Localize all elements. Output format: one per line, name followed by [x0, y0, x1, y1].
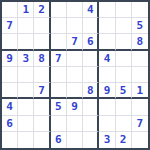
given-digit: 7	[71, 36, 78, 47]
cell-r3c9[interactable]: 8	[132, 34, 148, 50]
given-digit: 4	[104, 53, 111, 64]
cell-r5c5[interactable]	[67, 67, 83, 83]
cell-r9c9[interactable]	[132, 132, 148, 148]
cell-r7c3[interactable]	[34, 99, 50, 115]
given-digit: 9	[71, 101, 78, 112]
cell-r4c9[interactable]	[132, 51, 148, 67]
cell-r3c6[interactable]: 6	[83, 34, 99, 50]
cell-r3c4[interactable]	[51, 34, 67, 50]
given-digit: 7	[137, 118, 144, 129]
cell-r2c1[interactable]: 7	[2, 18, 18, 34]
given-digit: 2	[38, 4, 45, 15]
cell-r8c5[interactable]	[67, 116, 83, 132]
given-digit: 4	[87, 4, 94, 15]
cell-r4c3[interactable]: 8	[34, 51, 50, 67]
cell-r6c8[interactable]: 5	[116, 83, 132, 99]
cell-r5c4[interactable]	[51, 67, 67, 83]
cell-r4c2[interactable]: 3	[18, 51, 34, 67]
cell-r7c9[interactable]	[132, 99, 148, 115]
cell-r5c6[interactable]	[83, 67, 99, 83]
cell-r9c6[interactable]	[83, 132, 99, 148]
given-digit: 5	[120, 85, 127, 96]
cell-r1c6[interactable]: 4	[83, 2, 99, 18]
cell-r1c1[interactable]	[2, 2, 18, 18]
cell-r8c2[interactable]	[18, 116, 34, 132]
cell-r8c4[interactable]	[51, 116, 67, 132]
cell-r7c1[interactable]: 4	[2, 99, 18, 115]
cell-r4c4[interactable]: 7	[51, 51, 67, 67]
given-digit: 4	[6, 101, 13, 112]
cell-r1c5[interactable]	[67, 2, 83, 18]
cell-r7c4[interactable]: 5	[51, 99, 67, 115]
cell-r7c6[interactable]	[83, 99, 99, 115]
cell-r2c3[interactable]	[34, 18, 50, 34]
given-digit: 3	[104, 134, 111, 145]
cell-r5c7[interactable]	[99, 67, 115, 83]
cell-r4c6[interactable]	[83, 51, 99, 67]
cell-r7c2[interactable]	[18, 99, 34, 115]
cell-r8c1[interactable]: 6	[2, 116, 18, 132]
given-digit: 5	[137, 20, 144, 31]
cell-r3c7[interactable]	[99, 34, 115, 50]
given-digit: 3	[23, 53, 30, 64]
cell-r1c9[interactable]	[132, 2, 148, 18]
cell-r9c5[interactable]	[67, 132, 83, 148]
cell-r2c6[interactable]	[83, 18, 99, 34]
cell-r1c2[interactable]: 1	[18, 2, 34, 18]
cell-r7c7[interactable]	[99, 99, 115, 115]
cell-r1c3[interactable]: 2	[34, 2, 50, 18]
cell-r8c3[interactable]	[34, 116, 50, 132]
cell-r6c4[interactable]	[51, 83, 67, 99]
cell-r1c4[interactable]	[51, 2, 67, 18]
given-digit: 7	[6, 20, 13, 31]
cell-r6c3[interactable]: 7	[34, 83, 50, 99]
given-digit: 8	[38, 53, 45, 64]
cell-r5c1[interactable]	[2, 67, 18, 83]
cell-r7c5[interactable]: 9	[67, 99, 83, 115]
given-digit: 1	[137, 85, 144, 96]
cell-r9c7[interactable]: 3	[99, 132, 115, 148]
cell-r6c6[interactable]: 8	[83, 83, 99, 99]
cell-r2c9[interactable]: 5	[132, 18, 148, 34]
cell-r1c8[interactable]	[116, 2, 132, 18]
cell-r3c3[interactable]	[34, 34, 50, 50]
cell-r4c1[interactable]: 9	[2, 51, 18, 67]
given-digit: 9	[6, 53, 13, 64]
given-digit: 8	[137, 36, 144, 47]
given-digit: 6	[55, 134, 62, 145]
given-digit: 6	[6, 118, 13, 129]
cell-r6c1[interactable]	[2, 83, 18, 99]
given-digit: 7	[38, 85, 45, 96]
given-digit: 7	[55, 53, 62, 64]
cell-r2c4[interactable]	[51, 18, 67, 34]
cell-r1c7[interactable]	[99, 2, 115, 18]
given-digit: 2	[120, 134, 127, 145]
cell-r8c9[interactable]: 7	[132, 116, 148, 132]
cell-r9c4[interactable]: 6	[51, 132, 67, 148]
cell-r9c1[interactable]	[2, 132, 18, 148]
given-digit: 9	[104, 85, 111, 96]
cell-r5c2[interactable]	[18, 67, 34, 83]
cell-r7c8[interactable]	[116, 99, 132, 115]
sudoku-board: 12475768938747895145967632	[0, 0, 150, 150]
cell-r9c8[interactable]: 2	[116, 132, 132, 148]
cell-r5c8[interactable]	[116, 67, 132, 83]
cell-r6c7[interactable]: 9	[99, 83, 115, 99]
cell-r9c3[interactable]	[34, 132, 50, 148]
cell-r3c5[interactable]: 7	[67, 34, 83, 50]
given-digit: 6	[87, 36, 94, 47]
given-digit: 8	[87, 85, 94, 96]
cell-r3c2[interactable]	[18, 34, 34, 50]
cell-r8c6[interactable]	[83, 116, 99, 132]
cell-r4c7[interactable]: 4	[99, 51, 115, 67]
cell-r6c2[interactable]	[18, 83, 34, 99]
cell-r3c1[interactable]	[2, 34, 18, 50]
cell-r4c5[interactable]	[67, 51, 83, 67]
cell-r2c7[interactable]	[99, 18, 115, 34]
cell-r2c2[interactable]	[18, 18, 34, 34]
cell-r8c8[interactable]	[116, 116, 132, 132]
cell-r4c8[interactable]	[116, 51, 132, 67]
cell-r2c8[interactable]	[116, 18, 132, 34]
given-digit: 1	[23, 4, 30, 15]
cell-r6c5[interactable]	[67, 83, 83, 99]
given-digit: 5	[55, 101, 62, 112]
cell-r9c2[interactable]	[18, 132, 34, 148]
cell-r8c7[interactable]	[99, 116, 115, 132]
cell-r6c9[interactable]: 1	[132, 83, 148, 99]
cell-r3c8[interactable]	[116, 34, 132, 50]
cell-r5c3[interactable]	[34, 67, 50, 83]
cell-r5c9[interactable]	[132, 67, 148, 83]
cell-r2c5[interactable]	[67, 18, 83, 34]
